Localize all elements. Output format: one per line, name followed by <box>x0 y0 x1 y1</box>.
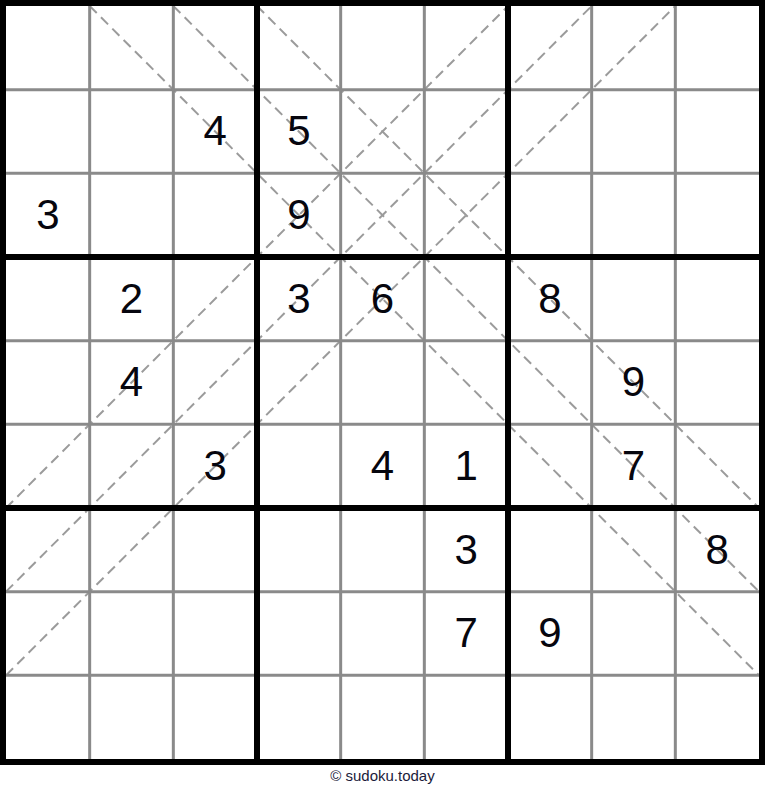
cell-r4c3[interactable] <box>173 257 257 341</box>
cell-r9c1[interactable] <box>6 675 90 759</box>
cell-r5c9[interactable] <box>675 341 759 425</box>
cell-r6c2[interactable] <box>90 424 174 508</box>
cell-r8c5[interactable] <box>341 592 425 676</box>
given-digit-r5c2: 4 <box>120 361 143 403</box>
given-digit-r4c2: 2 <box>120 278 143 320</box>
cell-r9c6[interactable] <box>424 675 508 759</box>
cell-r3c2[interactable] <box>90 173 174 257</box>
given-digit-r6c5: 4 <box>371 445 394 487</box>
given-digit-r8c7: 9 <box>538 612 561 654</box>
given-digit-r7c6: 3 <box>454 529 477 571</box>
cell-r2c9[interactable] <box>675 90 759 174</box>
cell-r3c3[interactable] <box>173 173 257 257</box>
cell-r8c1[interactable] <box>6 592 90 676</box>
cell-r9c5[interactable] <box>341 675 425 759</box>
given-digit-r7c9: 8 <box>705 529 728 571</box>
given-digit-r3c1: 3 <box>36 194 59 236</box>
cell-r4c2[interactable]: 2 <box>90 257 174 341</box>
cell-r3c6[interactable] <box>424 173 508 257</box>
cell-r6c9[interactable] <box>675 424 759 508</box>
given-digit-r4c4: 3 <box>287 278 310 320</box>
cell-r1c1[interactable] <box>6 6 90 90</box>
cell-r4c9[interactable] <box>675 257 759 341</box>
cell-r8c2[interactable] <box>90 592 174 676</box>
cell-r4c1[interactable] <box>6 257 90 341</box>
cell-r1c5[interactable] <box>341 6 425 90</box>
cell-r1c4[interactable] <box>257 6 341 90</box>
cell-r5c3[interactable] <box>173 341 257 425</box>
cell-r2c3[interactable]: 4 <box>173 90 257 174</box>
cell-r2c6[interactable] <box>424 90 508 174</box>
cell-r6c6[interactable]: 1 <box>424 424 508 508</box>
cell-r5c5[interactable] <box>341 341 425 425</box>
cell-r5c4[interactable] <box>257 341 341 425</box>
given-digit-r2c3: 4 <box>203 110 226 152</box>
cell-r9c8[interactable] <box>592 675 676 759</box>
cell-r3c1[interactable]: 3 <box>6 173 90 257</box>
given-digit-r6c3: 3 <box>203 445 226 487</box>
cell-r9c3[interactable] <box>173 675 257 759</box>
cell-r2c5[interactable] <box>341 90 425 174</box>
given-digit-r4c7: 8 <box>538 278 561 320</box>
cell-r6c4[interactable] <box>257 424 341 508</box>
cell-r7c8[interactable] <box>592 508 676 592</box>
cell-r6c8[interactable]: 7 <box>592 424 676 508</box>
given-digit-r4c5: 6 <box>371 278 394 320</box>
cell-r6c3[interactable]: 3 <box>173 424 257 508</box>
cell-r1c3[interactable] <box>173 6 257 90</box>
cell-r5c6[interactable] <box>424 341 508 425</box>
copyright-text: © sudoku.today <box>0 765 765 785</box>
cell-r6c5[interactable]: 4 <box>341 424 425 508</box>
cell-r2c8[interactable] <box>592 90 676 174</box>
cell-r5c2[interactable]: 4 <box>90 341 174 425</box>
cell-r8c3[interactable] <box>173 592 257 676</box>
given-digit-r6c6: 1 <box>454 445 477 487</box>
cell-r1c2[interactable] <box>90 6 174 90</box>
cell-r2c2[interactable] <box>90 90 174 174</box>
cell-r1c6[interactable] <box>424 6 508 90</box>
cell-r8c7[interactable]: 9 <box>508 592 592 676</box>
cell-r6c7[interactable] <box>508 424 592 508</box>
cell-r6c1[interactable] <box>6 424 90 508</box>
cell-r3c7[interactable] <box>508 173 592 257</box>
page: 453923684934173879 © sudoku.today <box>0 0 765 785</box>
cell-r4c8[interactable] <box>592 257 676 341</box>
cell-r3c8[interactable] <box>592 173 676 257</box>
cell-r2c1[interactable] <box>6 90 90 174</box>
cell-r5c1[interactable] <box>6 341 90 425</box>
cell-r5c7[interactable] <box>508 341 592 425</box>
given-digit-r5c8: 9 <box>622 361 645 403</box>
cell-r1c9[interactable] <box>675 6 759 90</box>
cell-r7c6[interactable]: 3 <box>424 508 508 592</box>
cell-r8c6[interactable]: 7 <box>424 592 508 676</box>
cell-r7c9[interactable]: 8 <box>675 508 759 592</box>
cell-r3c4[interactable]: 9 <box>257 173 341 257</box>
cell-r3c9[interactable] <box>675 173 759 257</box>
cell-r9c2[interactable] <box>90 675 174 759</box>
cell-r8c8[interactable] <box>592 592 676 676</box>
given-digit-r3c4: 9 <box>287 194 310 236</box>
cell-r5c8[interactable]: 9 <box>592 341 676 425</box>
cell-r4c6[interactable] <box>424 257 508 341</box>
sudoku-board: 453923684934173879 <box>0 0 765 765</box>
cell-r1c7[interactable] <box>508 6 592 90</box>
cell-r4c7[interactable]: 8 <box>508 257 592 341</box>
cell-r7c3[interactable] <box>173 508 257 592</box>
cell-r1c8[interactable] <box>592 6 676 90</box>
cell-r7c1[interactable] <box>6 508 90 592</box>
given-digit-r2c4: 5 <box>287 110 310 152</box>
cell-r7c4[interactable] <box>257 508 341 592</box>
cell-r7c2[interactable] <box>90 508 174 592</box>
given-digit-r6c8: 7 <box>622 445 645 487</box>
cell-r4c5[interactable]: 6 <box>341 257 425 341</box>
cell-r9c7[interactable] <box>508 675 592 759</box>
cell-r9c9[interactable] <box>675 675 759 759</box>
given-digit-r8c6: 7 <box>454 612 477 654</box>
cell-r4c4[interactable]: 3 <box>257 257 341 341</box>
cell-r7c7[interactable] <box>508 508 592 592</box>
cell-r9c4[interactable] <box>257 675 341 759</box>
cell-r3c5[interactable] <box>341 173 425 257</box>
cell-r7c5[interactable] <box>341 508 425 592</box>
cell-r2c4[interactable]: 5 <box>257 90 341 174</box>
cell-grid: 453923684934173879 <box>6 6 759 759</box>
cell-r8c4[interactable] <box>257 592 341 676</box>
cell-r2c7[interactable] <box>508 90 592 174</box>
cell-r8c9[interactable] <box>675 592 759 676</box>
